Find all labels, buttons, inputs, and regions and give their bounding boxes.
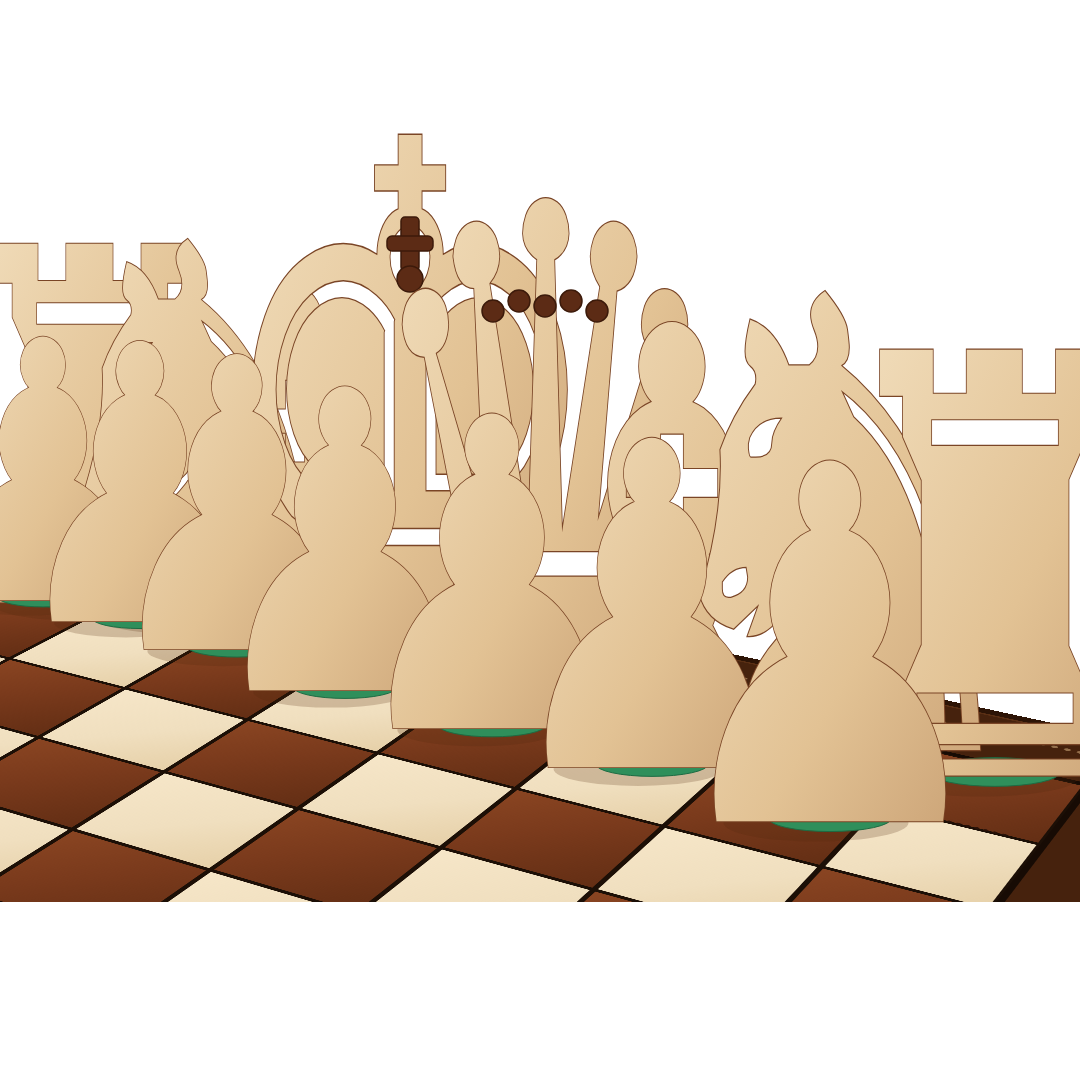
product-photo: ♜♞♝♚♛♝♞♜♟♟♟♟♟♟♟: [0, 0, 1080, 1080]
board-photo-area: [0, 0, 1080, 902]
corner-scroll-ornament-icon: [1, 513, 98, 544]
chess-board: [0, 505, 1080, 902]
